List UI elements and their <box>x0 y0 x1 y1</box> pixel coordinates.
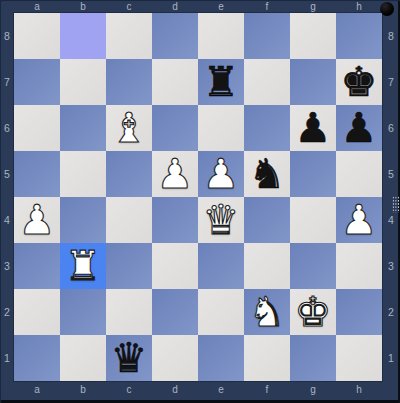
square-a8[interactable] <box>14 13 60 59</box>
square-b3[interactable]: ♜ <box>60 243 106 289</box>
square-g5[interactable] <box>290 151 336 197</box>
chess-board-window: abcdefgh abcdefgh 87654321 87654321 ♜♚♝♟… <box>0 0 400 403</box>
rank-label-left-2: 2 <box>0 289 14 335</box>
square-g2[interactable]: ♚ <box>290 289 336 335</box>
square-e5[interactable]: ♟ <box>198 151 244 197</box>
square-h6[interactable]: ♟ <box>336 105 382 151</box>
square-b4[interactable] <box>60 197 106 243</box>
rank-label-left-6: 6 <box>0 105 14 151</box>
square-b6[interactable] <box>60 105 106 151</box>
square-d3[interactable] <box>152 243 198 289</box>
white-knight[interactable]: ♞ <box>244 289 290 335</box>
square-c6[interactable]: ♝ <box>106 105 152 151</box>
white-rook[interactable]: ♜ <box>60 243 106 289</box>
square-c8[interactable] <box>106 13 152 59</box>
square-b1[interactable] <box>60 335 106 381</box>
file-labels-bottom: abcdefgh <box>14 382 382 400</box>
square-a3[interactable] <box>14 243 60 289</box>
square-d1[interactable] <box>152 335 198 381</box>
square-h7[interactable]: ♚ <box>336 59 382 105</box>
square-g8[interactable] <box>290 13 336 59</box>
rank-label-left-3: 3 <box>0 243 14 289</box>
square-g7[interactable] <box>290 59 336 105</box>
square-f1[interactable] <box>244 335 290 381</box>
file-label-bottom-f: f <box>244 382 290 400</box>
file-label-top-g: g <box>290 0 336 13</box>
square-a7[interactable] <box>14 59 60 105</box>
square-e1[interactable] <box>198 335 244 381</box>
black-queen[interactable]: ♛ <box>106 335 152 381</box>
file-label-top-h: h <box>336 0 382 13</box>
square-a2[interactable] <box>14 289 60 335</box>
square-g1[interactable] <box>290 335 336 381</box>
square-b5[interactable] <box>60 151 106 197</box>
rank-label-right-5: 5 <box>382 151 400 197</box>
file-label-top-c: c <box>106 0 152 13</box>
rank-label-right-8: 8 <box>382 13 400 59</box>
square-f3[interactable] <box>244 243 290 289</box>
rank-label-right-1: 1 <box>382 335 400 381</box>
rank-labels-left: 87654321 <box>0 13 14 381</box>
square-e3[interactable] <box>198 243 244 289</box>
square-e8[interactable] <box>198 13 244 59</box>
white-queen[interactable]: ♛ <box>198 197 244 243</box>
file-label-top-f: f <box>244 0 290 13</box>
square-d5[interactable]: ♟ <box>152 151 198 197</box>
file-label-bottom-b: b <box>60 382 106 400</box>
black-knight[interactable]: ♞ <box>244 151 290 197</box>
square-h5[interactable] <box>336 151 382 197</box>
square-g6[interactable]: ♟ <box>290 105 336 151</box>
square-a4[interactable]: ♟ <box>14 197 60 243</box>
square-e4[interactable]: ♛ <box>198 197 244 243</box>
file-label-bottom-c: c <box>106 382 152 400</box>
square-h8[interactable] <box>336 13 382 59</box>
white-pawn[interactable]: ♟ <box>14 197 60 243</box>
rank-label-left-1: 1 <box>0 335 14 381</box>
square-f7[interactable] <box>244 59 290 105</box>
square-b7[interactable] <box>60 59 106 105</box>
square-c5[interactable] <box>106 151 152 197</box>
square-f5[interactable]: ♞ <box>244 151 290 197</box>
file-label-top-d: d <box>152 0 198 13</box>
square-d4[interactable] <box>152 197 198 243</box>
square-e2[interactable] <box>198 289 244 335</box>
square-f4[interactable] <box>244 197 290 243</box>
square-c7[interactable] <box>106 59 152 105</box>
square-c2[interactable] <box>106 289 152 335</box>
rank-label-right-2: 2 <box>382 289 400 335</box>
black-king[interactable]: ♚ <box>336 59 382 105</box>
file-label-bottom-a: a <box>14 382 60 400</box>
square-f6[interactable] <box>244 105 290 151</box>
black-to-move-dot-icon <box>380 2 394 16</box>
file-label-bottom-h: h <box>336 382 382 400</box>
square-e6[interactable] <box>198 105 244 151</box>
square-d7[interactable] <box>152 59 198 105</box>
resize-grip-icon[interactable] <box>392 196 399 213</box>
square-e7[interactable]: ♜ <box>198 59 244 105</box>
rank-label-right-6: 6 <box>382 105 400 151</box>
file-label-top-e: e <box>198 0 244 13</box>
square-b2[interactable] <box>60 289 106 335</box>
square-f2[interactable]: ♞ <box>244 289 290 335</box>
file-label-top-b: b <box>60 0 106 13</box>
square-d6[interactable] <box>152 105 198 151</box>
square-c3[interactable] <box>106 243 152 289</box>
square-a1[interactable] <box>14 335 60 381</box>
square-h1[interactable] <box>336 335 382 381</box>
square-c4[interactable] <box>106 197 152 243</box>
white-pawn[interactable]: ♟ <box>152 151 198 197</box>
square-a6[interactable] <box>14 105 60 151</box>
chess-board: ♜♚♝♟♟♟♟♞♟♛♟♜♞♚♛ <box>14 13 382 381</box>
file-label-top-a: a <box>14 0 60 13</box>
square-a5[interactable] <box>14 151 60 197</box>
black-rook[interactable]: ♜ <box>198 59 244 105</box>
file-label-bottom-d: d <box>152 382 198 400</box>
black-pawn[interactable]: ♟ <box>290 105 336 151</box>
square-d2[interactable] <box>152 289 198 335</box>
square-h2[interactable] <box>336 289 382 335</box>
rank-label-left-7: 7 <box>0 59 14 105</box>
rank-label-right-3: 3 <box>382 243 400 289</box>
rank-label-right-7: 7 <box>382 59 400 105</box>
file-labels-top: abcdefgh <box>14 0 382 13</box>
black-pawn[interactable]: ♟ <box>336 105 382 151</box>
file-label-bottom-e: e <box>198 382 244 400</box>
rank-label-left-5: 5 <box>0 151 14 197</box>
square-f8[interactable] <box>244 13 290 59</box>
white-pawn[interactable]: ♟ <box>198 151 244 197</box>
white-bishop[interactable]: ♝ <box>106 105 152 151</box>
square-c1[interactable]: ♛ <box>106 335 152 381</box>
square-g4[interactable] <box>290 197 336 243</box>
rank-label-left-4: 4 <box>0 197 14 243</box>
white-pawn[interactable]: ♟ <box>336 197 382 243</box>
white-king[interactable]: ♚ <box>290 289 336 335</box>
rank-label-left-8: 8 <box>0 13 14 59</box>
square-h3[interactable] <box>336 243 382 289</box>
file-label-bottom-g: g <box>290 382 336 400</box>
square-h4[interactable]: ♟ <box>336 197 382 243</box>
square-g3[interactable] <box>290 243 336 289</box>
square-d8[interactable] <box>152 13 198 59</box>
square-b8[interactable] <box>60 13 106 59</box>
